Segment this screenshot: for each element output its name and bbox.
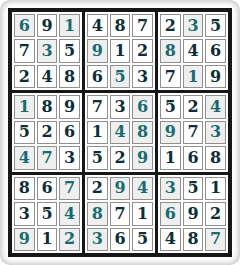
cell-r2c6[interactable]: 2 — [132, 39, 153, 62]
cell-r7c3[interactable]: 7 — [59, 177, 80, 200]
cell-r6c2[interactable]: 7 — [37, 146, 58, 169]
cell-r3c1[interactable]: 2 — [14, 65, 35, 88]
cell-r3c3[interactable]: 8 — [59, 65, 80, 88]
cell-r8c9[interactable]: 2 — [205, 202, 226, 225]
sudoku-board: 6917352484879126532358467191895264737361… — [8, 8, 232, 257]
cell-r4c4[interactable]: 7 — [87, 95, 108, 118]
cell-r6c5[interactable]: 2 — [110, 146, 131, 169]
cell-r5c9[interactable]: 3 — [205, 121, 226, 144]
cell-r8c7[interactable]: 6 — [160, 202, 181, 225]
cell-r9c3[interactable]: 2 — [59, 228, 80, 251]
cell-r5c3[interactable]: 6 — [59, 121, 80, 144]
cell-r4c8[interactable]: 2 — [183, 95, 204, 118]
cell-r4c1[interactable]: 1 — [14, 95, 35, 118]
box-5: 736148529 — [85, 93, 155, 171]
cell-r1c2[interactable]: 9 — [37, 14, 58, 37]
box-7: 867354912 — [12, 175, 82, 253]
cell-r1c3[interactable]: 1 — [59, 14, 80, 37]
cell-r6c7[interactable]: 1 — [160, 146, 181, 169]
cell-r2c9[interactable]: 6 — [205, 39, 226, 62]
box-2: 487912653 — [85, 12, 155, 90]
box-6: 524973168 — [158, 93, 228, 171]
cell-r6c8[interactable]: 6 — [183, 146, 204, 169]
cell-r2c4[interactable]: 9 — [87, 39, 108, 62]
cell-r9c9[interactable]: 7 — [205, 228, 226, 251]
cell-r4c5[interactable]: 3 — [110, 95, 131, 118]
cell-r4c7[interactable]: 5 — [160, 95, 181, 118]
cell-r8c5[interactable]: 7 — [110, 202, 131, 225]
cell-r3c2[interactable]: 4 — [37, 65, 58, 88]
cell-r3c7[interactable]: 7 — [160, 65, 181, 88]
cell-r8c3[interactable]: 4 — [59, 202, 80, 225]
cell-r9c5[interactable]: 6 — [110, 228, 131, 251]
cell-r7c1[interactable]: 8 — [14, 177, 35, 200]
sudoku-widget: 6917352484879126532358467191895264737361… — [0, 0, 240, 265]
cell-r1c1[interactable]: 6 — [14, 14, 35, 37]
cell-r9c6[interactable]: 5 — [132, 228, 153, 251]
cell-r3c4[interactable]: 6 — [87, 65, 108, 88]
box-1: 691735248 — [12, 12, 82, 90]
cell-r7c5[interactable]: 9 — [110, 177, 131, 200]
cell-r4c3[interactable]: 9 — [59, 95, 80, 118]
cell-r7c9[interactable]: 1 — [205, 177, 226, 200]
cell-r6c6[interactable]: 9 — [132, 146, 153, 169]
cell-r4c6[interactable]: 6 — [132, 95, 153, 118]
cell-r4c9[interactable]: 4 — [205, 95, 226, 118]
cell-r5c1[interactable]: 5 — [14, 121, 35, 144]
cell-r5c2[interactable]: 2 — [37, 121, 58, 144]
cell-r7c4[interactable]: 2 — [87, 177, 108, 200]
cell-r8c4[interactable]: 8 — [87, 202, 108, 225]
cell-r2c3[interactable]: 5 — [59, 39, 80, 62]
cell-r6c9[interactable]: 8 — [205, 146, 226, 169]
cell-r7c8[interactable]: 5 — [183, 177, 204, 200]
cell-r9c8[interactable]: 8 — [183, 228, 204, 251]
cell-r9c7[interactable]: 4 — [160, 228, 181, 251]
cell-r3c6[interactable]: 3 — [132, 65, 153, 88]
cell-r8c1[interactable]: 3 — [14, 202, 35, 225]
cell-r9c1[interactable]: 9 — [14, 228, 35, 251]
cell-r6c3[interactable]: 3 — [59, 146, 80, 169]
cell-r6c1[interactable]: 4 — [14, 146, 35, 169]
cell-r8c2[interactable]: 5 — [37, 202, 58, 225]
cell-r1c4[interactable]: 4 — [87, 14, 108, 37]
cell-r3c9[interactable]: 9 — [205, 65, 226, 88]
cell-r3c5[interactable]: 5 — [110, 65, 131, 88]
cell-r4c2[interactable]: 8 — [37, 95, 58, 118]
cell-r8c6[interactable]: 1 — [132, 202, 153, 225]
cell-r5c8[interactable]: 7 — [183, 121, 204, 144]
cell-r5c5[interactable]: 4 — [110, 121, 131, 144]
cell-r5c7[interactable]: 9 — [160, 121, 181, 144]
cell-r8c8[interactable]: 9 — [183, 202, 204, 225]
cell-r5c6[interactable]: 8 — [132, 121, 153, 144]
cell-r7c2[interactable]: 6 — [37, 177, 58, 200]
cell-r1c5[interactable]: 8 — [110, 14, 131, 37]
cell-r7c6[interactable]: 4 — [132, 177, 153, 200]
cell-r7c7[interactable]: 3 — [160, 177, 181, 200]
cell-r9c2[interactable]: 1 — [37, 228, 58, 251]
cell-r2c7[interactable]: 8 — [160, 39, 181, 62]
cell-r1c7[interactable]: 2 — [160, 14, 181, 37]
box-3: 235846719 — [158, 12, 228, 90]
cell-r2c2[interactable]: 3 — [37, 39, 58, 62]
cell-r5c4[interactable]: 1 — [87, 121, 108, 144]
cell-r1c8[interactable]: 3 — [183, 14, 204, 37]
cell-r2c1[interactable]: 7 — [14, 39, 35, 62]
box-9: 351692487 — [158, 175, 228, 253]
cell-r1c9[interactable]: 5 — [205, 14, 226, 37]
cell-r2c8[interactable]: 4 — [183, 39, 204, 62]
cell-r1c6[interactable]: 7 — [132, 14, 153, 37]
box-4: 189526473 — [12, 93, 82, 171]
box-8: 294871365 — [85, 175, 155, 253]
cell-r3c8[interactable]: 1 — [183, 65, 204, 88]
cell-r2c5[interactable]: 1 — [110, 39, 131, 62]
cell-r9c4[interactable]: 3 — [87, 228, 108, 251]
cell-r6c4[interactable]: 5 — [87, 146, 108, 169]
